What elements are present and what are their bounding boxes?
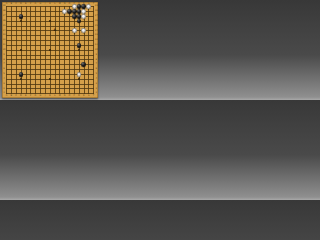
row-label-left: 19 (2, 5, 6, 7)
row-label-right: 11 (94, 44, 98, 46)
row-label-right: 4 (94, 78, 98, 80)
white-stone[interactable] (72, 28, 77, 33)
white-stone[interactable] (77, 72, 82, 77)
grid-line-vertical (64, 6, 65, 93)
row-label-left: 16 (2, 20, 6, 22)
grid-line-vertical (84, 6, 85, 93)
star-point (49, 20, 51, 22)
row-label-right: 5 (94, 73, 98, 75)
column-label-bottom: S (87, 95, 91, 97)
white-stone[interactable] (81, 14, 86, 19)
column-label-top: T (91, 3, 95, 5)
column-label-top: M (58, 3, 62, 5)
row-label-left: 12 (2, 39, 6, 41)
column-label-top: L (53, 3, 57, 5)
grid-line-horizontal (6, 69, 93, 70)
column-label-bottom: M (58, 95, 62, 97)
row-label-left: 1 (2, 92, 6, 94)
column-label-top: G (33, 3, 37, 5)
black-stone[interactable] (77, 43, 82, 48)
column-label-bottom: B (9, 95, 13, 97)
grid-line-horizontal (6, 84, 93, 85)
row-label-right: 10 (94, 49, 98, 51)
row-label-right: 17 (94, 15, 98, 17)
row-label-left: 8 (2, 59, 6, 61)
column-label-bottom: D (19, 95, 23, 97)
row-label-left: 7 (2, 63, 6, 65)
star-point (49, 78, 51, 80)
row-label-right: 2 (94, 88, 98, 90)
column-label-top: F (29, 3, 33, 5)
grid-line-vertical (88, 6, 89, 93)
row-label-left: 15 (2, 25, 6, 27)
black-stone[interactable] (19, 72, 24, 77)
column-label-top: H (38, 3, 42, 5)
row-label-right: 13 (94, 34, 98, 36)
column-label-top: D (19, 3, 23, 5)
column-label-top: N (62, 3, 66, 5)
column-label-top: K (48, 3, 52, 5)
column-label-bottom: O (67, 95, 71, 97)
go-board[interactable]: AA1919BB1818CC1717DD1616EE1515FF1414GG13… (2, 2, 98, 98)
row-label-left: 5 (2, 73, 6, 75)
column-label-bottom: Q (77, 95, 81, 97)
grid-line-vertical (55, 6, 56, 93)
column-label-top: O (67, 3, 71, 5)
row-label-right: 8 (94, 59, 98, 61)
row-label-right: 12 (94, 39, 98, 41)
black-stone[interactable] (72, 9, 77, 14)
column-label-bottom: T (91, 95, 95, 97)
row-label-left: 18 (2, 10, 6, 12)
column-label-bottom: L (53, 95, 57, 97)
column-label-bottom: H (38, 95, 42, 97)
white-stone[interactable] (81, 28, 86, 33)
column-label-bottom: A (5, 95, 9, 97)
white-stone[interactable] (81, 9, 86, 14)
row-label-right: 9 (94, 54, 98, 56)
row-label-right: 3 (94, 83, 98, 85)
column-label-bottom: P (72, 95, 76, 97)
column-label-bottom: R (82, 95, 86, 97)
star-point (20, 20, 22, 22)
row-label-right: 18 (94, 10, 98, 12)
grid-line-vertical (74, 6, 75, 93)
column-label-bottom: K (48, 95, 52, 97)
row-label-left: 9 (2, 54, 6, 56)
row-label-right: 14 (94, 30, 98, 32)
black-stone[interactable] (77, 19, 82, 24)
row-label-right: 6 (94, 68, 98, 70)
column-label-bottom: C (14, 95, 18, 97)
row-label-right: 16 (94, 20, 98, 22)
black-stone[interactable] (81, 62, 86, 67)
row-label-left: 13 (2, 34, 6, 36)
grid-line-vertical (59, 6, 60, 93)
star-point (20, 78, 22, 80)
column-label-top: J (43, 3, 47, 5)
column-label-bottom: E (24, 95, 28, 97)
star-point (78, 78, 80, 80)
row-label-left: 4 (2, 78, 6, 80)
column-label-bottom: G (33, 95, 37, 97)
column-label-bottom: F (29, 95, 33, 97)
column-label-bottom: J (43, 95, 47, 97)
grid-line-vertical (69, 6, 70, 93)
grid-line-horizontal (6, 55, 93, 56)
column-label-top: E (24, 3, 28, 5)
column-label-top: B (9, 3, 13, 5)
row-label-right: 7 (94, 63, 98, 65)
column-label-top: C (14, 3, 18, 5)
row-label-right: 19 (94, 5, 98, 7)
row-label-left: 11 (2, 44, 6, 46)
black-stone[interactable] (19, 14, 24, 19)
white-stone[interactable] (86, 4, 91, 9)
star-point (78, 49, 80, 51)
annotation-A: A (52, 29, 58, 32)
star-point (20, 49, 22, 51)
row-label-left: 17 (2, 15, 6, 17)
row-label-left: 3 (2, 83, 6, 85)
row-label-right: 1 (94, 92, 98, 94)
grid-line-horizontal (6, 88, 93, 89)
black-stone[interactable] (72, 14, 77, 19)
column-label-bottom: N (62, 95, 66, 97)
row-label-left: 2 (2, 88, 6, 90)
row-label-left: 6 (2, 68, 6, 70)
grid-line-horizontal (6, 59, 93, 60)
star-point (49, 49, 51, 51)
black-stone[interactable] (67, 9, 72, 14)
row-label-left: 14 (2, 30, 6, 32)
row-label-left: 10 (2, 49, 6, 51)
row-label-right: 15 (94, 25, 98, 27)
